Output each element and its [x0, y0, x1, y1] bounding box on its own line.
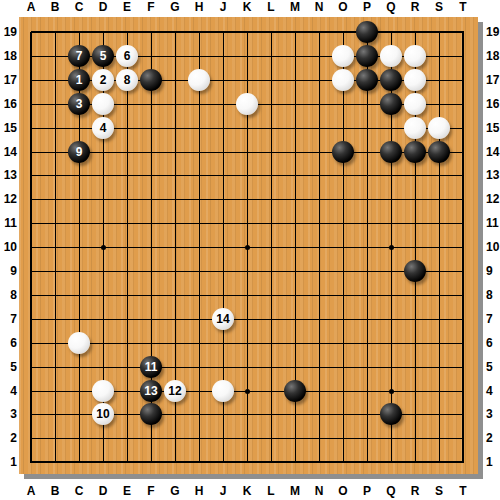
stone-black-c18[interactable]: 7 [68, 45, 90, 67]
stone-white-d3[interactable]: 10 [92, 403, 114, 425]
stone-white-r16[interactable] [404, 93, 426, 115]
star-point-q4 [389, 389, 394, 394]
star-point-q10 [389, 245, 394, 250]
stone-white-g4[interactable]: 12 [164, 380, 186, 402]
row-label-left-15: 15 [0, 120, 17, 136]
row-label-right-5: 5 [486, 359, 500, 375]
star-point-k4 [245, 389, 250, 394]
col-label-bottom-h: H [187, 484, 211, 499]
grid-hline [31, 295, 464, 296]
row-label-left-18: 18 [0, 48, 17, 64]
stone-white-j4[interactable] [212, 380, 234, 402]
row-label-right-19: 19 [486, 24, 500, 40]
stone-white-q18[interactable] [380, 45, 402, 67]
stone-black-o14[interactable] [332, 141, 354, 163]
stone-black-d18[interactable]: 5 [92, 45, 114, 67]
col-label-bottom-d: D [91, 484, 115, 499]
row-label-left-11: 11 [0, 215, 17, 231]
stone-black-r9[interactable] [404, 260, 426, 282]
grid-vline [367, 32, 368, 463]
col-label-bottom-c: C [67, 484, 91, 499]
row-label-right-13: 13 [486, 167, 500, 183]
stone-white-j7[interactable]: 14 [212, 308, 234, 330]
col-label-bottom-p: P [355, 484, 379, 499]
col-label-top-j: J [211, 0, 235, 15]
stone-black-q17[interactable] [380, 69, 402, 91]
stone-white-c6[interactable] [68, 332, 90, 354]
stone-black-f4[interactable]: 13 [140, 380, 162, 402]
col-label-top-o: O [331, 0, 355, 15]
row-label-left-14: 14 [0, 144, 17, 160]
col-label-bottom-e: E [115, 484, 139, 499]
row-label-right-7: 7 [486, 311, 500, 327]
row-label-left-13: 13 [0, 167, 17, 183]
col-label-top-c: C [67, 0, 91, 15]
stone-black-r14[interactable] [404, 141, 426, 163]
col-label-top-a: A [19, 0, 43, 15]
col-label-top-h: H [187, 0, 211, 15]
col-label-bottom-b: B [43, 484, 67, 499]
stone-white-r17[interactable] [404, 69, 426, 91]
row-label-right-9: 9 [486, 263, 500, 279]
row-label-right-15: 15 [486, 120, 500, 136]
stone-black-q3[interactable] [380, 403, 402, 425]
row-label-right-6: 6 [486, 335, 500, 351]
row-label-left-3: 3 [0, 406, 17, 422]
stone-black-f3[interactable] [140, 403, 162, 425]
row-label-left-4: 4 [0, 383, 17, 399]
col-label-bottom-r: R [403, 484, 427, 499]
row-label-right-2: 2 [486, 430, 500, 446]
row-label-left-17: 17 [0, 72, 17, 88]
col-label-top-b: B [43, 0, 67, 15]
col-label-top-n: N [307, 0, 331, 15]
stone-black-s14[interactable] [428, 141, 450, 163]
col-label-bottom-m: M [283, 484, 307, 499]
stone-white-h17[interactable] [188, 69, 210, 91]
grid-hline [31, 438, 464, 439]
grid-vline [462, 32, 464, 463]
stone-white-r15[interactable] [404, 117, 426, 139]
star-point-k10 [245, 245, 250, 250]
stone-black-f5[interactable]: 11 [140, 356, 162, 378]
stone-black-q16[interactable] [380, 93, 402, 115]
grid-hline [31, 461, 464, 463]
row-label-left-10: 10 [0, 239, 17, 255]
col-label-bottom-f: F [139, 484, 163, 499]
col-label-top-e: E [115, 0, 139, 15]
stone-white-e17[interactable]: 8 [116, 69, 138, 91]
stone-white-e18[interactable]: 6 [116, 45, 138, 67]
stone-white-d15[interactable]: 4 [92, 117, 114, 139]
row-label-left-8: 8 [0, 287, 17, 303]
col-label-bottom-n: N [307, 484, 331, 499]
grid-vline [319, 32, 320, 463]
go-board[interactable]: 7561283491411131210 [19, 17, 478, 474]
row-label-right-10: 10 [486, 239, 500, 255]
grid-vline [343, 32, 344, 463]
stone-white-o18[interactable] [332, 45, 354, 67]
grid-vline [271, 32, 272, 463]
stone-black-c16[interactable]: 3 [68, 93, 90, 115]
stone-black-p17[interactable] [356, 69, 378, 91]
row-label-right-14: 14 [486, 144, 500, 160]
col-label-top-m: M [283, 0, 307, 15]
grid-hline [31, 319, 464, 320]
stone-white-d16[interactable] [92, 93, 114, 115]
col-label-bottom-j: J [211, 484, 235, 499]
stone-white-d4[interactable] [92, 380, 114, 402]
star-point-d10 [101, 245, 106, 250]
stone-black-c17[interactable]: 1 [68, 69, 90, 91]
row-label-left-7: 7 [0, 311, 17, 327]
go-board-with-coordinates: 7561283491411131210 AABBCCDDEEFFGGHHJJKK… [0, 0, 500, 500]
col-label-bottom-t: T [451, 484, 475, 499]
row-label-left-2: 2 [0, 430, 17, 446]
row-label-left-5: 5 [0, 359, 17, 375]
row-label-right-12: 12 [486, 191, 500, 207]
col-label-bottom-g: G [163, 484, 187, 499]
row-label-left-19: 19 [0, 24, 17, 40]
row-label-left-1: 1 [0, 454, 17, 470]
row-label-right-11: 11 [486, 215, 500, 231]
row-label-right-17: 17 [486, 72, 500, 88]
row-label-left-16: 16 [0, 96, 17, 112]
col-label-top-t: T [451, 0, 475, 15]
col-label-bottom-q: Q [379, 484, 403, 499]
col-label-top-s: S [427, 0, 451, 15]
row-label-right-3: 3 [486, 406, 500, 422]
stone-white-s15[interactable] [428, 117, 450, 139]
stone-black-m4[interactable] [284, 380, 306, 402]
col-label-top-q: Q [379, 0, 403, 15]
grid-hline [31, 367, 464, 368]
row-label-right-16: 16 [486, 96, 500, 112]
grid-hline [31, 271, 464, 272]
col-label-top-f: F [139, 0, 163, 15]
stone-black-c14[interactable]: 9 [68, 141, 90, 163]
col-label-top-k: K [235, 0, 259, 15]
col-label-bottom-o: O [331, 484, 355, 499]
col-label-bottom-a: A [19, 484, 43, 499]
stone-black-q14[interactable] [380, 141, 402, 163]
row-label-right-8: 8 [486, 287, 500, 303]
col-label-bottom-k: K [235, 484, 259, 499]
stone-black-p19[interactable] [356, 21, 378, 43]
row-label-right-18: 18 [486, 48, 500, 64]
stone-black-p18[interactable] [356, 45, 378, 67]
stone-white-o17[interactable] [332, 69, 354, 91]
row-label-right-1: 1 [486, 454, 500, 470]
stone-black-f17[interactable] [140, 69, 162, 91]
col-label-bottom-l: L [259, 484, 283, 499]
stone-white-k16[interactable] [236, 93, 258, 115]
col-label-top-l: L [259, 0, 283, 15]
grid-vline [439, 32, 440, 463]
col-label-top-g: G [163, 0, 187, 15]
row-label-left-12: 12 [0, 191, 17, 207]
grid-hline [31, 343, 464, 344]
col-label-top-d: D [91, 0, 115, 15]
stone-white-r18[interactable] [404, 45, 426, 67]
col-label-top-p: P [355, 0, 379, 15]
row-label-left-9: 9 [0, 263, 17, 279]
stone-white-d17[interactable]: 2 [92, 69, 114, 91]
row-label-left-6: 6 [0, 335, 17, 351]
row-label-right-4: 4 [486, 383, 500, 399]
col-label-bottom-s: S [427, 484, 451, 499]
col-label-top-r: R [403, 0, 427, 15]
